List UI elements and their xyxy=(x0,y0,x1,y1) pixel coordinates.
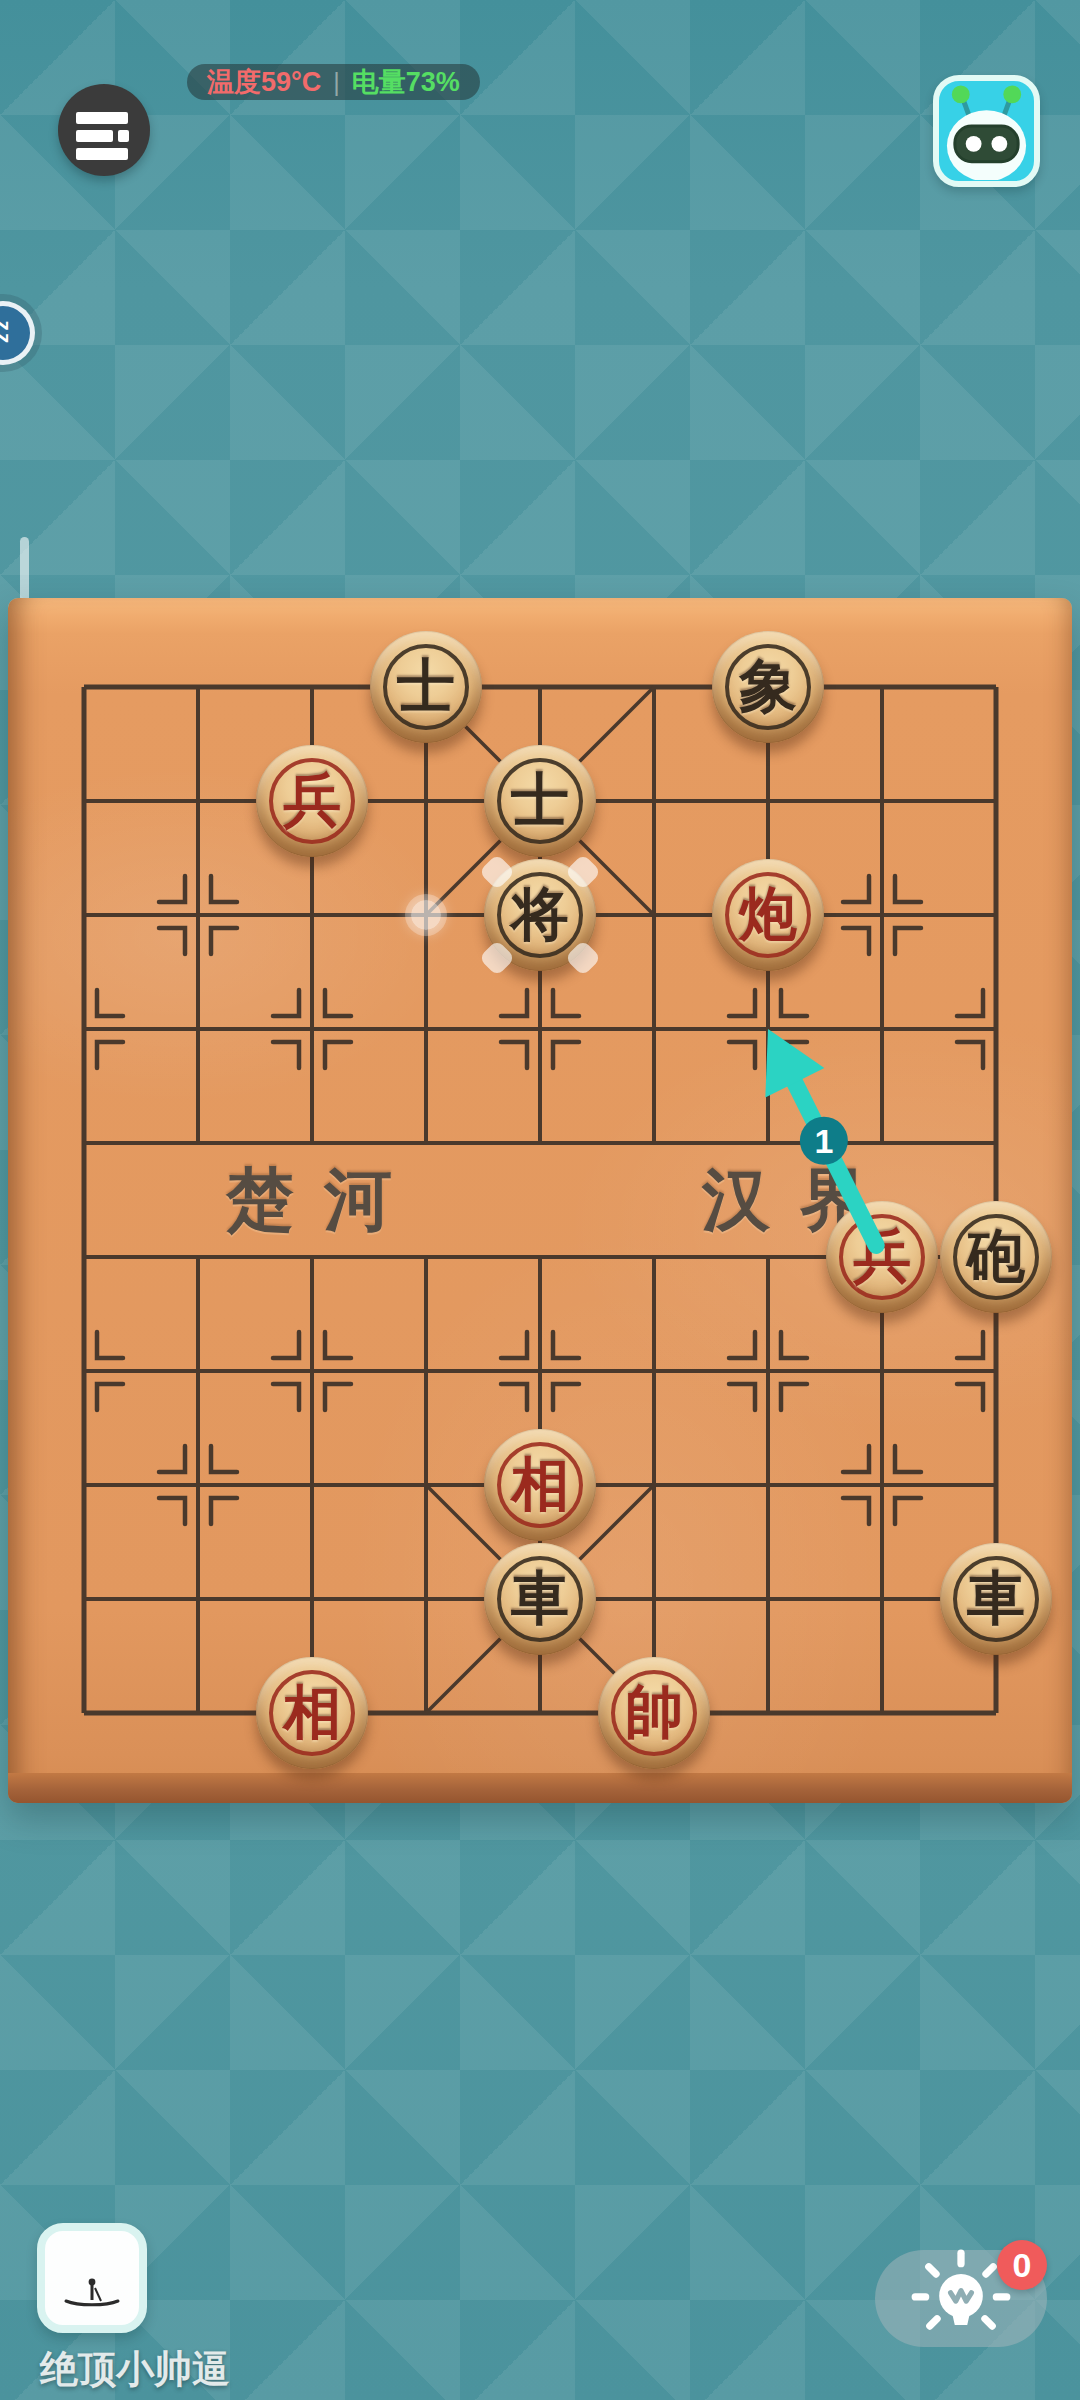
screen: { "game": "xiangqi", "position": { "fen"… xyxy=(0,0,1080,2400)
boat-button[interactable] xyxy=(37,2223,147,2333)
piece-black-砲[interactable]: 砲 xyxy=(940,1201,1052,1313)
status-pill: 温度59°C | 电量73% xyxy=(187,64,480,100)
piece-black-象[interactable]: 象 xyxy=(712,631,824,743)
hint-count-badge: 0 xyxy=(997,2240,1047,2290)
piece-red-帥[interactable]: 帥 xyxy=(598,1657,710,1769)
robot-icon xyxy=(939,80,1034,180)
piece-red-相[interactable]: 相 xyxy=(256,1657,368,1769)
boat-icon xyxy=(60,2261,124,2313)
last-move-origin-marker xyxy=(411,900,441,930)
piece-black-車[interactable]: 車 xyxy=(484,1543,596,1655)
piece-red-兵[interactable]: 兵 xyxy=(826,1201,938,1313)
piece-red-兵[interactable]: 兵 xyxy=(256,745,368,857)
piece-black-士[interactable]: 士 xyxy=(484,745,596,857)
sleep-badge-label: zz xyxy=(0,321,15,346)
status-divider: | xyxy=(333,68,340,97)
player-name: 绝顶小帅逼 xyxy=(40,2344,230,2395)
menu-button[interactable] xyxy=(58,84,150,176)
piece-black-士[interactable]: 士 xyxy=(370,631,482,743)
hint-button[interactable]: 0 xyxy=(875,2250,1047,2347)
xiangqi-board[interactable]: 楚河 汉界 士象兵士将炮兵砲相車車相帥 1 xyxy=(8,598,1072,1803)
piece-red-炮[interactable]: 炮 xyxy=(712,859,824,971)
piece-black-将[interactable]: 将 xyxy=(484,859,596,971)
robot-button[interactable] xyxy=(933,75,1040,187)
battery-label: 电量73% xyxy=(352,64,460,100)
piece-red-相[interactable]: 相 xyxy=(484,1429,596,1541)
river-label-left: 楚河 xyxy=(226,1150,422,1250)
temperature-label: 温度59°C xyxy=(207,64,321,100)
menu-icon xyxy=(76,112,128,124)
piece-black-車[interactable]: 車 xyxy=(940,1543,1052,1655)
